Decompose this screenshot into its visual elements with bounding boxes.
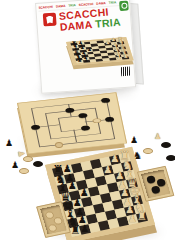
tray-disc-black (151, 185, 161, 194)
box-title: SCACCHI DAMA TRIA (58, 6, 121, 33)
tray-disc-wood (48, 224, 58, 233)
chess-piece-black-pawn: ♟ (88, 48, 92, 53)
scattered-wood-disc (19, 168, 29, 174)
tria-disc-black (100, 97, 110, 102)
tray-disc-black (146, 175, 156, 184)
chess-piece-wood-rook: ♜ (123, 54, 128, 60)
chess-piece-black-rook: ♜ (77, 58, 82, 64)
scattered-black-pawn: ♟ (5, 139, 13, 148)
drawer-knob (55, 142, 63, 148)
chess-piece-wood-rook: ♜ (137, 210, 148, 222)
title-dama: DAMA (59, 18, 92, 33)
scattered-black-disc (161, 142, 171, 148)
strip-word: DAMA (56, 4, 66, 9)
product-photo-scene: SCACCHI DAMA TRIA SCACCHI DAMA TRIA SCAC… (0, 0, 175, 240)
chess-piece-black-rook: ♜ (70, 224, 81, 236)
tray-disc-wood (45, 211, 55, 220)
dal-negro-logo-icon (43, 13, 57, 27)
scattered-black-knight: ♞ (133, 151, 142, 161)
scattered-wood-pawn: ♟ (154, 133, 161, 141)
scattered-black-disc (33, 161, 43, 167)
scattered-black-pawn: ♟ (11, 161, 19, 170)
strip-word: SCACCHI (38, 5, 53, 10)
chess-piece-wood-pawn: ♟ (106, 41, 110, 46)
scattered-wood-disc (143, 148, 153, 154)
chess-piece-black-pawn: ♟ (80, 188, 89, 198)
scattered-wood-disc (23, 156, 33, 162)
strip-word: TRIA (68, 3, 76, 8)
green-badge-icon (119, 1, 129, 12)
chess-piece-wood-pawn: ♟ (104, 165, 113, 175)
scattered-black-disc (166, 155, 175, 161)
right-piece-drawer (137, 166, 174, 202)
scattered-black-pawn: ♟ (130, 136, 138, 145)
chess-piece-wood-pawn: ♟ (117, 56, 121, 61)
tria-board (17, 92, 127, 154)
tria-disc-black (104, 116, 114, 121)
chess-piece-black-pawn: ♟ (84, 58, 88, 63)
strip-word: TRIA (109, 0, 117, 5)
chess-piece-wood-pawn: ♟ (128, 214, 137, 224)
barcode-icon (121, 67, 131, 77)
chess-piece-black-pawn: ♟ (80, 224, 89, 234)
title-tria: TRIA (95, 16, 122, 30)
